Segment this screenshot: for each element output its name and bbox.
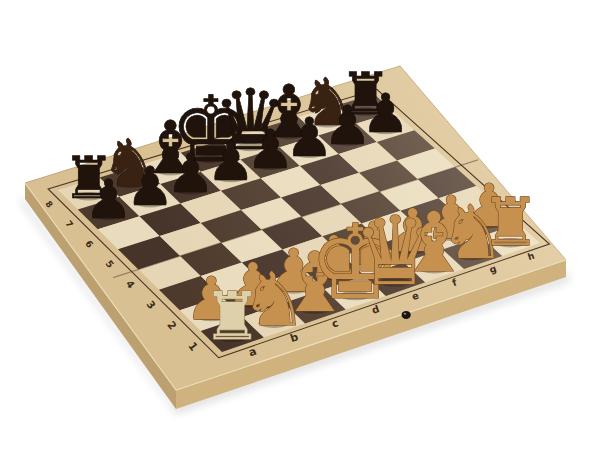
chess-set-photo: 12345678abcdefgh♜♞♝♚♛♝♞♜♟♟♟♟♟♟♟♟♟♟♟♟♟♟♟♟… bbox=[0, 0, 600, 450]
piece-white-rook-h1: ♜ bbox=[481, 184, 540, 261]
clasp-highlight bbox=[404, 313, 407, 315]
chess-board: 12345678abcdefgh♜♞♝♚♛♝♞♜♟♟♟♟♟♟♟♟♟♟♟♟♟♟♟♟… bbox=[0, 0, 600, 450]
piece-glyph: ♜ bbox=[481, 184, 540, 261]
piece-black-pawn-h7: ♟ bbox=[361, 82, 409, 145]
piece-glyph: ♟ bbox=[361, 82, 409, 145]
clasp-button bbox=[402, 311, 411, 319]
